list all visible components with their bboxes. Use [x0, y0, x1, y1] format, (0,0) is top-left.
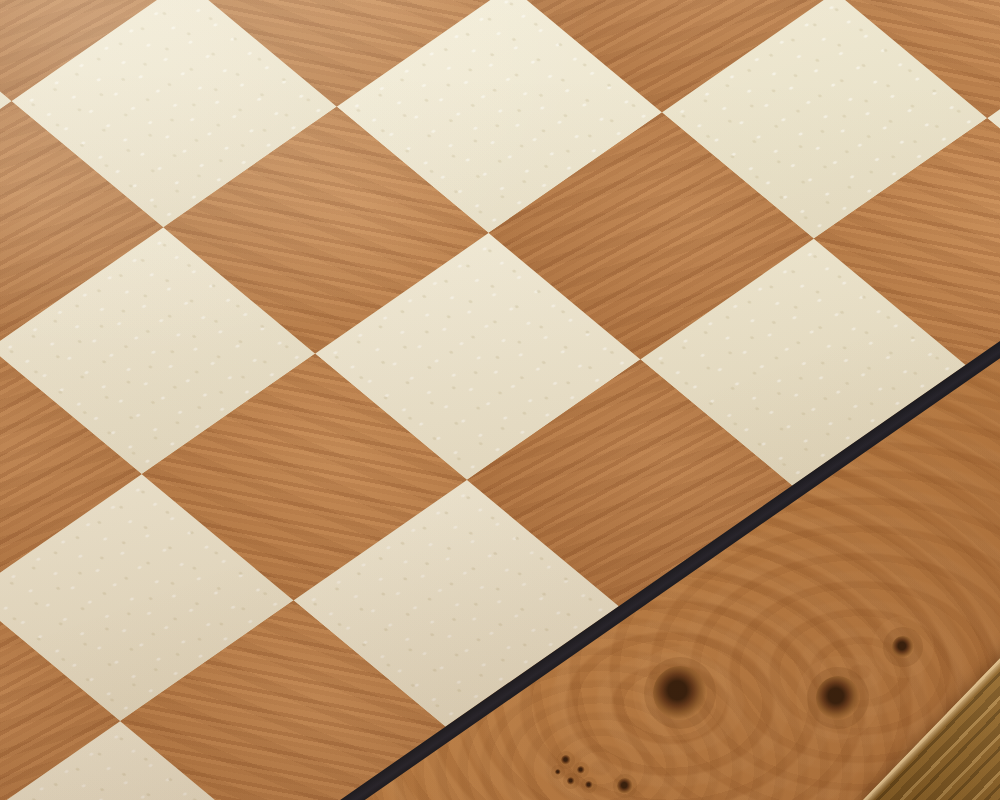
- chessboard-photo: [0, 0, 1000, 800]
- burl-knot-1: [653, 666, 707, 720]
- burl-knot-5: [561, 755, 571, 765]
- burl-knot-6: [577, 766, 585, 774]
- burl-knot-9: [555, 769, 561, 775]
- burl-knot-3: [892, 636, 914, 658]
- burl-knot-2: [816, 676, 860, 720]
- burl-knot-8: [585, 781, 593, 789]
- burl-knot-7: [567, 777, 575, 785]
- burl-knot-4: [617, 778, 633, 794]
